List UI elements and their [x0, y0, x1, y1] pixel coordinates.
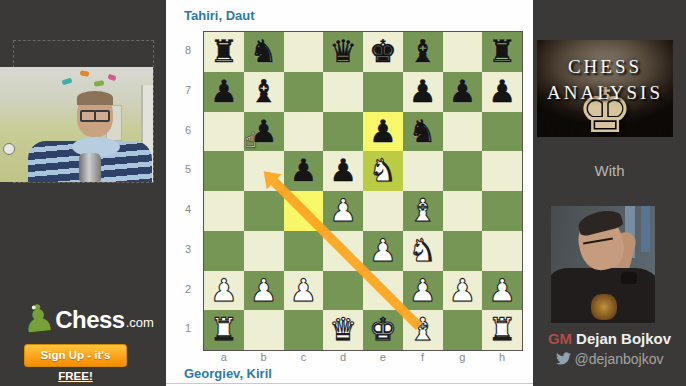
- square-a3[interactable]: [204, 231, 244, 271]
- square-c6[interactable]: [284, 112, 324, 152]
- right-sidebar: CHESS ANALYSIS With GMDejan Bojkov @deja…: [533, 0, 686, 386]
- square-d2[interactable]: [323, 271, 363, 311]
- black-king[interactable]: ♚: [369, 32, 397, 72]
- square-c8[interactable]: [284, 32, 324, 72]
- video-frame: Chess .com Sign Up - it's FREE! Tahiri, …: [0, 0, 686, 386]
- black-rook[interactable]: ♜: [488, 32, 516, 72]
- square-b7[interactable]: ♝: [244, 72, 284, 112]
- square-a5[interactable]: [204, 151, 244, 191]
- file-label-a: a: [204, 351, 244, 364]
- square-e6[interactable]: ♟: [363, 112, 403, 152]
- file-label-c: c: [284, 351, 324, 364]
- square-b8[interactable]: ♞: [244, 32, 284, 72]
- square-e5[interactable]: ♞: [363, 151, 403, 191]
- gm-name-line: GMDejan Bojkov: [533, 330, 686, 347]
- black-bishop[interactable]: ♝: [250, 72, 278, 112]
- square-f6[interactable]: ♞: [403, 112, 443, 152]
- left-sidebar: Chess .com Sign Up - it's FREE!: [0, 0, 166, 386]
- microphone: [79, 153, 101, 182]
- black-knight[interactable]: ♞: [409, 112, 437, 152]
- black-bishop[interactable]: ♝: [409, 32, 437, 72]
- square-d3[interactable]: [323, 231, 363, 271]
- square-e4[interactable]: [363, 191, 403, 231]
- square-h5[interactable]: [482, 151, 522, 191]
- square-c2[interactable]: ♟: [284, 271, 324, 311]
- square-d1[interactable]: ♛: [323, 310, 363, 350]
- square-a6[interactable]: [204, 112, 244, 152]
- white-pawn[interactable]: ♟: [409, 271, 437, 311]
- black-pawn[interactable]: ♟: [210, 72, 238, 112]
- black-pawn[interactable]: ♟: [488, 72, 516, 112]
- black-pawn[interactable]: ♟: [369, 112, 397, 152]
- rank-label-7: 7: [166, 71, 198, 111]
- square-b5[interactable]: [244, 151, 284, 191]
- black-pawn[interactable]: ♟: [409, 72, 437, 112]
- square-g7[interactable]: ♟: [443, 72, 483, 112]
- webcam-video: [0, 67, 153, 182]
- chesscom-logo-suffix: .com: [126, 306, 154, 340]
- panel-divider: [166, 383, 533, 384]
- rank-label-1: 1: [166, 309, 198, 349]
- photo-window-strip: [641, 206, 650, 252]
- square-g3[interactable]: [443, 231, 483, 271]
- square-d6[interactable]: [323, 112, 363, 152]
- square-a7[interactable]: ♟: [204, 72, 244, 112]
- square-c3[interactable]: [284, 231, 324, 271]
- rank-labels: 87654321: [166, 31, 198, 349]
- square-f4[interactable]: ♝: [403, 191, 443, 231]
- square-b3[interactable]: [244, 231, 284, 271]
- chesscom-logo-text: Chess: [55, 300, 125, 340]
- square-h6[interactable]: [482, 112, 522, 152]
- square-a1[interactable]: ♜: [204, 310, 244, 350]
- square-e7[interactable]: [363, 72, 403, 112]
- white-pawn[interactable]: ♟: [250, 271, 278, 311]
- square-d7[interactable]: [323, 72, 363, 112]
- white-pawn[interactable]: ♟: [329, 191, 357, 231]
- black-knight[interactable]: ♞: [250, 32, 278, 72]
- square-b4[interactable]: [244, 191, 284, 231]
- square-f1[interactable]: ♝: [403, 310, 443, 350]
- rank-label-5: 5: [166, 150, 198, 190]
- twitter-line: @dejanbojkov: [533, 351, 686, 367]
- file-labels: abcdefgh: [204, 351, 522, 364]
- white-knight[interactable]: ♞: [369, 151, 397, 191]
- square-f5[interactable]: [403, 151, 443, 191]
- square-h4[interactable]: [482, 191, 522, 231]
- square-g1[interactable]: [443, 310, 483, 350]
- square-a8[interactable]: ♜: [204, 32, 244, 72]
- black-pawn[interactable]: ♟: [329, 151, 357, 191]
- twitter-handle: @dejanbojkov: [575, 351, 664, 367]
- square-c1[interactable]: [284, 310, 324, 350]
- square-h7[interactable]: ♟: [482, 72, 522, 112]
- banner-title-line1: CHESS: [537, 56, 673, 78]
- square-g8[interactable]: [443, 32, 483, 72]
- square-h2[interactable]: ♟: [482, 271, 522, 311]
- white-queen[interactable]: ♛: [329, 310, 357, 350]
- file-label-d: d: [323, 351, 363, 364]
- white-pawn[interactable]: ♟: [289, 271, 317, 311]
- file-label-e: e: [363, 351, 403, 364]
- square-a4[interactable]: [204, 191, 244, 231]
- file-label-b: b: [244, 351, 284, 364]
- black-pawn[interactable]: ♟: [448, 72, 476, 112]
- sign-up-label: Sign Up - it's: [41, 349, 111, 361]
- rank-label-4: 4: [166, 190, 198, 230]
- gm-name: Dejan Bojkov: [576, 330, 671, 347]
- square-b1[interactable]: [244, 310, 284, 350]
- square-c4[interactable]: [284, 191, 324, 231]
- white-player-name: Georgiev, Kiril: [184, 366, 272, 381]
- white-king[interactable]: ♚: [369, 310, 397, 350]
- white-pawn[interactable]: ♟: [210, 271, 238, 311]
- square-g6[interactable]: [443, 112, 483, 152]
- square-h3[interactable]: [482, 231, 522, 271]
- square-e2[interactable]: [363, 271, 403, 311]
- white-knight[interactable]: ♞: [409, 231, 437, 271]
- square-e8[interactable]: ♚: [363, 32, 403, 72]
- file-label-h: h: [482, 351, 522, 364]
- square-e3[interactable]: ♟: [363, 231, 403, 271]
- square-a2[interactable]: ♟: [204, 271, 244, 311]
- white-pawn[interactable]: ♟: [448, 271, 476, 311]
- presenter-hair: [77, 91, 113, 105]
- square-f7[interactable]: ♟: [403, 72, 443, 112]
- square-g2[interactable]: ♟: [443, 271, 483, 311]
- rank-label-6: 6: [166, 111, 198, 151]
- square-c7[interactable]: [284, 72, 324, 112]
- file-label-f: f: [403, 351, 443, 364]
- black-pawn[interactable]: ♟: [289, 151, 317, 191]
- square-h1[interactable]: ♜: [482, 310, 522, 350]
- rank-label-8: 8: [166, 31, 198, 71]
- sign-up-free-label: FREE!: [58, 370, 93, 382]
- gm-shirt-graphic: [591, 294, 617, 320]
- white-bishop[interactable]: ♝: [409, 310, 437, 350]
- square-f2[interactable]: ♟: [403, 271, 443, 311]
- square-g5[interactable]: [443, 151, 483, 191]
- square-c5[interactable]: ♟: [284, 151, 324, 191]
- twitter-bird-icon: [556, 351, 571, 366]
- square-d8[interactable]: ♛: [323, 32, 363, 72]
- white-rook[interactable]: ♜: [488, 310, 516, 350]
- gm-photo: [551, 206, 655, 323]
- square-h8[interactable]: ♜: [482, 32, 522, 72]
- square-d4[interactable]: ♟: [323, 191, 363, 231]
- board-panel: Tahiri, Daut 87654321 ♜♞♛♚♝♜♟♝♟♟♟♟♟♞♟♟♞♟…: [166, 0, 533, 386]
- chess-board: ♜♞♛♚♝♜♟♝♟♟♟♟♟♞♟♟♞♟♝♟♞♟♟♟♟♟♟♜♛♚♝♜: [203, 31, 523, 351]
- white-pawn[interactable]: ♟: [369, 231, 397, 271]
- black-player-name: Tahiri, Daut: [184, 8, 255, 23]
- presenter-glasses: [80, 110, 110, 119]
- banner-title-line2: ANALYSIS: [537, 82, 673, 104]
- rank-label-3: 3: [166, 230, 198, 270]
- hanging-mobile-decoration: [58, 67, 118, 93]
- black-queen[interactable]: ♛: [329, 32, 357, 72]
- chesscom-pawn-icon: [20, 296, 57, 341]
- gm-watch: [621, 272, 637, 284]
- white-bishop[interactable]: ♝: [409, 191, 437, 231]
- rank-label-2: 2: [166, 270, 198, 310]
- square-b2[interactable]: ♟: [244, 271, 284, 311]
- square-f3[interactable]: ♞: [403, 231, 443, 271]
- with-label: With: [533, 162, 686, 179]
- file-label-g: g: [443, 351, 483, 364]
- chesscom-logo[interactable]: Chess .com: [22, 294, 152, 340]
- square-g4[interactable]: [443, 191, 483, 231]
- square-d5[interactable]: ♟: [323, 151, 363, 191]
- white-rook[interactable]: ♜: [210, 310, 238, 350]
- square-e1[interactable]: ♚: [363, 310, 403, 350]
- chess-analysis-banner: CHESS ANALYSIS: [537, 40, 673, 137]
- wall-clock: [3, 143, 15, 155]
- hand-cursor: [244, 128, 256, 152]
- black-rook[interactable]: ♜: [210, 32, 238, 72]
- sign-up-button[interactable]: Sign Up - it's FREE!: [24, 344, 127, 367]
- square-f8[interactable]: ♝: [403, 32, 443, 72]
- white-pawn[interactable]: ♟: [488, 271, 516, 311]
- gm-tag: GM: [548, 330, 572, 347]
